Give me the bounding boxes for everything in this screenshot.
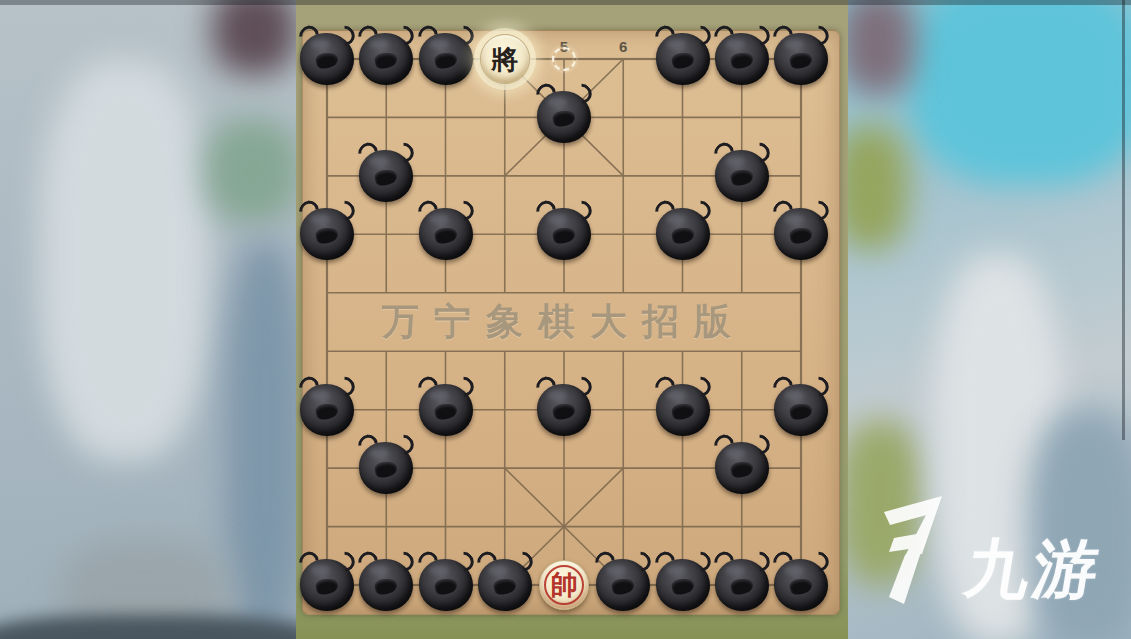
bg-blob [205, 118, 297, 223]
bomb-piece[interactable] [656, 384, 710, 436]
bomb-fuse-icon [568, 80, 596, 108]
bomb-fuse-icon [532, 372, 559, 400]
bomb-piece[interactable] [359, 150, 413, 202]
screenshot-stage: 万宁象棋大招版 將帥 56 九游 [0, 0, 1131, 639]
bomb-piece[interactable] [774, 384, 828, 436]
bomb-piece[interactable] [300, 33, 354, 85]
black-general-piece[interactable]: 將 [480, 34, 530, 84]
bg-blob [40, 60, 210, 460]
bomb-piece[interactable] [715, 442, 769, 494]
bomb-fuse-icon [710, 548, 737, 576]
bomb-fuse-icon [710, 431, 737, 459]
bomb-fuse-icon [769, 372, 796, 400]
bomb-piece[interactable] [300, 559, 354, 611]
bomb-fuse-icon [473, 548, 500, 576]
bg-blob [0, 615, 297, 639]
bomb-fuse-icon [390, 548, 418, 576]
red-general-piece[interactable]: 帥 [539, 560, 589, 610]
bomb-piece[interactable] [478, 559, 532, 611]
bomb-piece[interactable] [656, 559, 710, 611]
move-origin-marker [552, 47, 576, 71]
bg-blob [908, 0, 1131, 185]
bomb-piece[interactable] [300, 208, 354, 260]
bomb-piece[interactable] [419, 559, 473, 611]
bomb-fuse-icon [746, 548, 774, 576]
bomb-piece[interactable] [596, 559, 650, 611]
bomb-fuse-icon [627, 548, 655, 576]
bomb-fuse-icon [687, 197, 715, 225]
bomb-fuse-icon [509, 548, 537, 576]
bomb-fuse-icon [450, 197, 478, 225]
bomb-fuse-icon [355, 548, 382, 576]
xiangqi-board[interactable]: 万宁象棋大招版 將帥 56 [302, 30, 840, 615]
bomb-fuse-icon [568, 197, 596, 225]
bomb-fuse-icon [651, 372, 678, 400]
bomb-fuse-icon [592, 548, 619, 576]
bomb-piece[interactable] [537, 208, 591, 260]
bomb-fuse-icon [805, 197, 833, 225]
bomb-piece[interactable] [359, 559, 413, 611]
bomb-fuse-icon [568, 372, 596, 400]
jiuyou-logo-icon [872, 492, 954, 604]
general-character: 將 [491, 46, 518, 73]
bg-blob [848, 125, 908, 250]
bomb-fuse-icon [532, 80, 559, 108]
pieces-layer: 將帥 [303, 31, 839, 614]
bg-blob [225, 240, 297, 639]
bomb-fuse-icon [390, 139, 418, 167]
bomb-fuse-icon [331, 548, 359, 576]
bg-edge-line [1122, 0, 1125, 440]
bomb-piece[interactable] [300, 384, 354, 436]
file-number-label: 6 [619, 38, 627, 55]
bomb-piece[interactable] [774, 559, 828, 611]
bg-blob [212, 0, 297, 75]
bomb-fuse-icon [769, 548, 796, 576]
bomb-fuse-icon [746, 431, 774, 459]
bomb-fuse-icon [651, 197, 678, 225]
bomb-piece[interactable] [774, 33, 828, 85]
bg-blob [848, 0, 915, 95]
bomb-piece[interactable] [715, 33, 769, 85]
bomb-fuse-icon [746, 139, 774, 167]
bomb-fuse-icon [805, 548, 833, 576]
blurred-background-left [0, 0, 297, 639]
bomb-fuse-icon [687, 372, 715, 400]
bomb-fuse-icon [450, 548, 478, 576]
bomb-fuse-icon [532, 197, 559, 225]
bomb-fuse-icon [414, 372, 441, 400]
bomb-fuse-icon [331, 372, 359, 400]
bomb-piece[interactable] [537, 384, 591, 436]
bomb-piece[interactable] [656, 208, 710, 260]
bomb-piece[interactable] [537, 91, 591, 143]
bomb-piece[interactable] [656, 33, 710, 85]
bomb-piece[interactable] [419, 384, 473, 436]
bomb-fuse-icon [450, 372, 478, 400]
bomb-fuse-icon [651, 548, 678, 576]
bomb-piece[interactable] [715, 150, 769, 202]
bomb-piece[interactable] [359, 33, 413, 85]
bomb-fuse-icon [390, 431, 418, 459]
bomb-piece[interactable] [774, 208, 828, 260]
bomb-piece[interactable] [715, 559, 769, 611]
bomb-piece[interactable] [419, 33, 473, 85]
jiuyou-watermark: 九游 [872, 492, 1102, 613]
general-inner-ring [544, 565, 584, 605]
bomb-fuse-icon [687, 548, 715, 576]
bomb-fuse-icon [414, 197, 441, 225]
bomb-fuse-icon [355, 431, 382, 459]
bomb-fuse-icon [355, 139, 382, 167]
bomb-fuse-icon [805, 372, 833, 400]
jiuyou-watermark-text: 九游 [959, 526, 1109, 613]
bomb-fuse-icon [331, 197, 359, 225]
bomb-fuse-icon [710, 139, 737, 167]
bomb-piece[interactable] [419, 208, 473, 260]
bomb-fuse-icon [414, 548, 441, 576]
bomb-fuse-icon [769, 197, 796, 225]
bomb-piece[interactable] [359, 442, 413, 494]
